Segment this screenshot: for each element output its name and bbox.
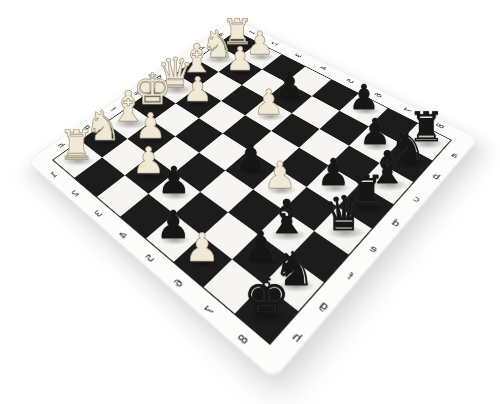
piece-shadow [239,166,268,176]
piece-shadow [352,203,385,214]
piece-shadow [247,256,278,266]
piece-shadow [137,101,171,112]
piece-shadow [327,226,364,238]
rank-label-afile-3: 3 [293,52,306,60]
file-label-rank8-c: c [407,193,423,206]
piece-shadow [160,235,190,245]
rank-label-afile-6: 6 [372,91,386,100]
rank-label-hfile-4: 4 [116,229,132,243]
rank-label-hfile-7: 7 [201,302,219,319]
rank-label-afile-1: 1 [247,29,259,36]
rank-label-afile-7: 7 [402,106,416,116]
rank-label-hfile-3: 3 [91,208,107,221]
file-label-rank8-e: e [364,242,382,257]
chess-product-photo: 11aa22bb33cc44dd55ee66ff77gg88hh ♜♞♝♛♚♝♞… [0,0,500,404]
piece-shadow [89,136,121,147]
file-label-rank1-d: d [152,73,165,81]
file-label-rank8-d: d [386,217,403,231]
piece-shadow [321,183,350,193]
file-label-rank8-a: a [446,150,462,161]
piece-shadow [353,107,380,116]
rank-label-hfile-8: 8 [234,331,253,350]
file-label-rank8-g: g [314,298,333,315]
rank-label-afile-8: 8 [434,121,449,131]
piece-shadow [230,68,255,76]
file-label-rank8-h: h [286,329,305,348]
rank-label-hfile-2: 2 [68,188,83,200]
piece-shadow [226,41,253,50]
rank-label-hfile-6: 6 [170,276,188,292]
rank-label-afile-4: 4 [318,64,331,72]
rank-label-hfile-1: 1 [47,169,62,180]
file-label-rank8-f: f [340,269,358,285]
piece-shadow [270,229,307,241]
piece-shadow [136,171,165,181]
file-label-rank8-b: b [427,171,443,183]
piece-shadow [114,118,147,129]
piece-shadow [139,135,166,144]
piece-shadow [412,138,444,149]
file-label-rank1-b: b [195,45,207,53]
piece-shadow [62,156,94,167]
piece-shadow [248,309,289,323]
rank-label-afile-2: 2 [269,40,281,47]
piece-shadow [257,112,284,121]
rank-label-hfile-5: 5 [142,251,159,266]
file-label-rank1-a: a [215,31,227,38]
rank-label-afile-5: 5 [344,77,357,86]
piece-shadow [363,141,391,150]
file-label-rank1-c: c [174,59,186,67]
